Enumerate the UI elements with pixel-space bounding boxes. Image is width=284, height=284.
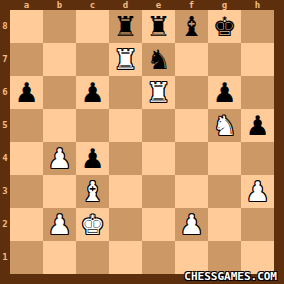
square-b5 bbox=[43, 109, 76, 142]
rank-label-1: 1 bbox=[0, 241, 10, 274]
square-e5 bbox=[142, 109, 175, 142]
square-b8 bbox=[43, 10, 76, 43]
square-f4 bbox=[175, 142, 208, 175]
piece-black-pawn: ♟ bbox=[10, 76, 43, 109]
square-d7: ♜ bbox=[109, 43, 142, 76]
square-b6 bbox=[43, 76, 76, 109]
piece-black-rook: ♜ bbox=[142, 10, 175, 43]
piece-white-knight: ♞ bbox=[208, 109, 241, 142]
square-h3: ♟ bbox=[241, 175, 274, 208]
square-e8: ♜ bbox=[142, 10, 175, 43]
rank-label-7: 7 bbox=[0, 43, 10, 76]
square-d1 bbox=[109, 241, 142, 274]
chess-diagram: abcdefgh 87654321 ♜♜♝♚♜♞♟♟♜♟♞♟♟♟♝♟♟♚♟ CH… bbox=[0, 0, 284, 284]
piece-black-pawn: ♟ bbox=[76, 142, 109, 175]
square-a4 bbox=[10, 142, 43, 175]
rank-label-3: 3 bbox=[0, 175, 10, 208]
square-d6 bbox=[109, 76, 142, 109]
square-g3 bbox=[208, 175, 241, 208]
piece-white-rook: ♜ bbox=[142, 76, 175, 109]
piece-black-rook: ♜ bbox=[109, 10, 142, 43]
square-f2: ♟ bbox=[175, 208, 208, 241]
square-b4: ♟ bbox=[43, 142, 76, 175]
square-h8 bbox=[241, 10, 274, 43]
piece-white-rook: ♜ bbox=[109, 43, 142, 76]
file-labels: abcdefgh bbox=[10, 0, 274, 10]
square-f6 bbox=[175, 76, 208, 109]
square-c7 bbox=[76, 43, 109, 76]
square-e1 bbox=[142, 241, 175, 274]
piece-black-knight: ♞ bbox=[142, 43, 175, 76]
piece-white-pawn: ♟ bbox=[241, 175, 274, 208]
piece-black-pawn: ♟ bbox=[208, 76, 241, 109]
square-g5: ♞ bbox=[208, 109, 241, 142]
square-h6 bbox=[241, 76, 274, 109]
square-g8: ♚ bbox=[208, 10, 241, 43]
square-h7 bbox=[241, 43, 274, 76]
rank-label-5: 5 bbox=[0, 109, 10, 142]
square-e3 bbox=[142, 175, 175, 208]
square-f7 bbox=[175, 43, 208, 76]
square-f5 bbox=[175, 109, 208, 142]
square-e6: ♜ bbox=[142, 76, 175, 109]
square-a1 bbox=[10, 241, 43, 274]
square-d4 bbox=[109, 142, 142, 175]
rank-label-6: 6 bbox=[0, 76, 10, 109]
square-c6: ♟ bbox=[76, 76, 109, 109]
square-h2 bbox=[241, 208, 274, 241]
square-c4: ♟ bbox=[76, 142, 109, 175]
rank-label-8: 8 bbox=[0, 10, 10, 43]
piece-black-bishop: ♝ bbox=[175, 10, 208, 43]
square-e4 bbox=[142, 142, 175, 175]
file-label-b: b bbox=[43, 0, 76, 10]
piece-white-king: ♚ bbox=[76, 208, 109, 241]
square-c3: ♝ bbox=[76, 175, 109, 208]
piece-white-bishop: ♝ bbox=[76, 175, 109, 208]
square-g6: ♟ bbox=[208, 76, 241, 109]
square-b3 bbox=[43, 175, 76, 208]
square-b1 bbox=[43, 241, 76, 274]
square-g4 bbox=[208, 142, 241, 175]
square-a6: ♟ bbox=[10, 76, 43, 109]
square-c2: ♚ bbox=[76, 208, 109, 241]
file-label-a: a bbox=[10, 0, 43, 10]
square-a8 bbox=[10, 10, 43, 43]
square-d8: ♜ bbox=[109, 10, 142, 43]
square-a7 bbox=[10, 43, 43, 76]
square-c1 bbox=[76, 241, 109, 274]
rank-label-2: 2 bbox=[0, 208, 10, 241]
piece-black-pawn: ♟ bbox=[241, 109, 274, 142]
square-e7: ♞ bbox=[142, 43, 175, 76]
square-f8: ♝ bbox=[175, 10, 208, 43]
site-watermark: CHESSGAMES.COM bbox=[184, 270, 277, 283]
file-label-c: c bbox=[76, 0, 109, 10]
rank-label-4: 4 bbox=[0, 142, 10, 175]
square-h4 bbox=[241, 142, 274, 175]
square-g2 bbox=[208, 208, 241, 241]
square-h5: ♟ bbox=[241, 109, 274, 142]
file-label-f: f bbox=[175, 0, 208, 10]
piece-black-king: ♚ bbox=[208, 10, 241, 43]
piece-white-pawn: ♟ bbox=[175, 208, 208, 241]
square-e2 bbox=[142, 208, 175, 241]
file-label-d: d bbox=[109, 0, 142, 10]
file-label-g: g bbox=[208, 0, 241, 10]
piece-black-pawn: ♟ bbox=[76, 76, 109, 109]
square-d5 bbox=[109, 109, 142, 142]
square-a5 bbox=[10, 109, 43, 142]
square-g7 bbox=[208, 43, 241, 76]
square-a2 bbox=[10, 208, 43, 241]
piece-white-pawn: ♟ bbox=[43, 142, 76, 175]
square-c8 bbox=[76, 10, 109, 43]
chess-board: ♜♜♝♚♜♞♟♟♜♟♞♟♟♟♝♟♟♚♟ bbox=[10, 10, 274, 274]
square-a3 bbox=[10, 175, 43, 208]
square-c5 bbox=[76, 109, 109, 142]
square-b7 bbox=[43, 43, 76, 76]
rank-labels: 87654321 bbox=[0, 10, 10, 274]
square-d3 bbox=[109, 175, 142, 208]
file-label-h: h bbox=[241, 0, 274, 10]
square-d2 bbox=[109, 208, 142, 241]
file-label-e: e bbox=[142, 0, 175, 10]
piece-white-pawn: ♟ bbox=[43, 208, 76, 241]
square-f3 bbox=[175, 175, 208, 208]
square-b2: ♟ bbox=[43, 208, 76, 241]
